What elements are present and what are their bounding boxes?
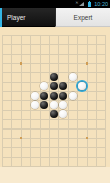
battery-icon [88, 2, 92, 7]
signal-icon [79, 2, 84, 6]
white-stone [50, 101, 58, 109]
star-point [86, 62, 88, 64]
black-stone [59, 92, 67, 100]
white-stone [31, 92, 39, 100]
gomoku-board[interactable]: ↺ [0, 27, 110, 183]
black-stone [50, 92, 58, 100]
star-point [86, 137, 88, 139]
selected-tab-accent-stripe [0, 8, 2, 27]
black-stone [50, 73, 58, 81]
white-stone [69, 92, 77, 100]
white-stone [69, 73, 77, 81]
no-signal-x-icon: ✕ [75, 1, 78, 5]
board-bottom-strip [0, 167, 110, 183]
star-point [20, 137, 22, 139]
tab-player[interactable]: Player [0, 8, 55, 27]
app-screen: ✕ 10:20 Player Expert ↺ [0, 0, 110, 183]
tab-expert[interactable]: Expert [55, 8, 110, 27]
status-bar: ✕ 10:20 [0, 0, 110, 8]
white-stone [31, 101, 39, 109]
action-tab-bar: Player Expert [0, 8, 110, 27]
star-point [20, 62, 22, 64]
status-clock: 10:20 [94, 1, 108, 7]
